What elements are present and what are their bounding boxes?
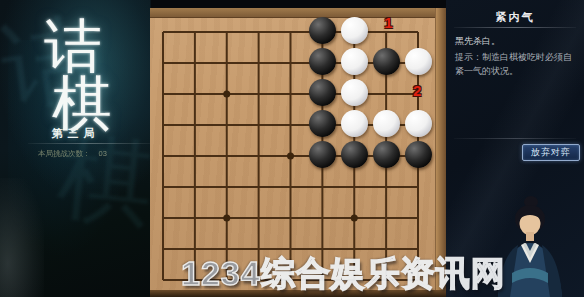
stats-value: 03 bbox=[99, 149, 107, 159]
panel-title-divider bbox=[454, 27, 576, 28]
white-stone bbox=[341, 79, 368, 106]
puzzle-hint: 提示：制造白棋被吃时必须自紧一气的状况。 bbox=[455, 51, 579, 78]
white-stone bbox=[373, 110, 400, 137]
black-stone bbox=[341, 141, 368, 168]
black-stone bbox=[309, 79, 336, 106]
black-stone bbox=[309, 17, 336, 44]
black-stone bbox=[309, 141, 336, 168]
watermark-text: 1234综合娱乐资讯网 bbox=[181, 251, 506, 297]
stats-label: 本局挑战次数： bbox=[38, 149, 91, 159]
puzzle-title: 紧内气 bbox=[446, 10, 584, 25]
move-marker-2: 2 bbox=[413, 82, 421, 99]
white-stone bbox=[341, 110, 368, 137]
stats-row: 本局挑战次数： 03 bbox=[38, 149, 148, 159]
puzzle-task: 黑先杀白。 bbox=[455, 35, 500, 48]
sidebar-divider bbox=[28, 143, 152, 144]
black-stone bbox=[309, 110, 336, 137]
white-stone bbox=[341, 17, 368, 44]
round-label: 第三局 bbox=[0, 126, 151, 141]
white-stone bbox=[341, 48, 368, 75]
puzzle-sidebar: 诘 棋 诘 棋 第三局 本局挑战次数： 03 bbox=[0, 0, 151, 297]
black-stone bbox=[373, 141, 400, 168]
black-stone bbox=[373, 48, 400, 75]
white-stone bbox=[405, 110, 432, 137]
game-screen: 诘 棋 诘 棋 第三局 本局挑战次数： 03 12 紧内气 黑先杀白。 提示：制… bbox=[0, 0, 584, 297]
panel-button-divider bbox=[454, 138, 576, 139]
move-marker-1: 1 bbox=[384, 14, 392, 31]
black-stone bbox=[309, 48, 336, 75]
forfeit-button[interactable]: 放弃对弈 bbox=[522, 144, 580, 161]
white-stone bbox=[405, 48, 432, 75]
black-stone bbox=[405, 141, 432, 168]
background-silhouette bbox=[0, 178, 44, 297]
